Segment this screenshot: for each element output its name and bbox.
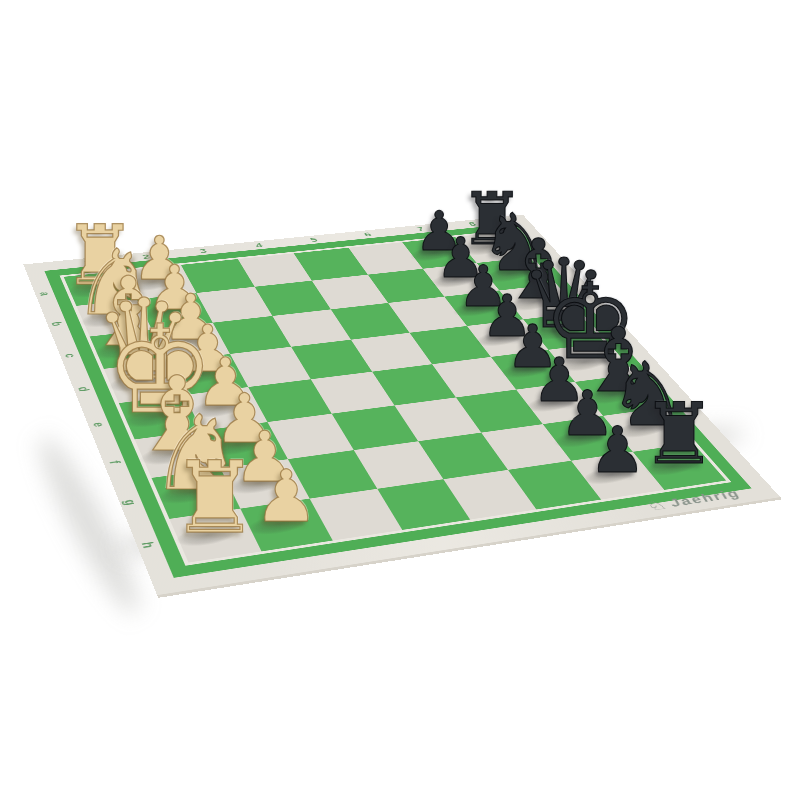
piece-black-rook-h8[interactable]: ♜ (641, 392, 717, 476)
piece-white-rook-h1[interactable]: ♜ (170, 448, 259, 547)
piece-black-pawn-h7[interactable]: ♟ (589, 419, 646, 483)
chess-set-product-photo: 12345678abcdefgh ♘ Jaehrig ♜♟♞♟♟♜♝♟♟♞♛♟♟… (0, 0, 800, 800)
pieces-layer: ♜♟♞♟♟♜♝♟♟♞♛♟♟♝♚♟♟♛♝♟♟♚♞♟♟♝♜♟♟♞♟♜ (0, 0, 800, 800)
piece-white-pawn-h2[interactable]: ♟ (254, 461, 318, 533)
